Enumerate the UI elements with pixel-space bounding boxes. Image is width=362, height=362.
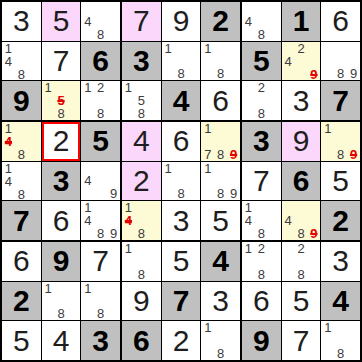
- candidate-4: 4: [81, 15, 94, 28]
- candidate-1: 1: [2, 42, 15, 55]
- candidates: 148: [2, 42, 41, 81]
- given-digit: 2: [212, 6, 229, 36]
- solved-digit: 7: [53, 46, 70, 76]
- eliminated-candidate-9: 9: [227, 148, 240, 161]
- cell-r1c4[interactable]: 7: [122, 2, 161, 41]
- candidate-4: 4: [2, 55, 15, 68]
- solved-digit: 3: [173, 206, 190, 236]
- cell-r9c4[interactable]: 6: [122, 321, 161, 360]
- candidate-1: 1: [81, 282, 94, 295]
- cell-r3c8[interactable]: 3: [282, 81, 321, 120]
- candidate-8: 8: [15, 188, 28, 201]
- cell-r5c1[interactable]: 148: [2, 162, 41, 201]
- candidate-8: 8: [255, 268, 268, 281]
- cell-r3c1[interactable]: 9: [2, 81, 41, 120]
- candidate-8: 8: [55, 107, 68, 120]
- solved-digit: 5: [332, 166, 349, 196]
- box-4: 14825148349761489: [2, 122, 120, 240]
- candidate-1: 1: [2, 162, 15, 175]
- solved-digit: 6: [212, 86, 229, 116]
- given-digit: 7: [332, 86, 349, 116]
- cell-r4c9[interactable]: 189: [321, 122, 360, 161]
- cell-r6c8[interactable]: 489: [282, 201, 321, 240]
- solved-digit: 6: [253, 286, 270, 316]
- candidate-1: 1: [81, 81, 94, 94]
- cell-r8c7[interactable]: 6: [242, 282, 281, 321]
- cell-r4c6[interactable]: 1789: [201, 122, 240, 161]
- cell-r4c4[interactable]: 4: [122, 122, 161, 161]
- candidate-8: 8: [214, 347, 227, 360]
- solved-digit: 9: [293, 126, 310, 156]
- box-2: 7923181815846: [122, 2, 240, 120]
- candidate-9: 9: [107, 227, 120, 240]
- solved-digit: 5: [173, 246, 190, 276]
- cell-r1c9[interactable]: 6: [321, 2, 360, 41]
- solved-digit: 3: [332, 246, 349, 276]
- given-digit: 3: [53, 166, 70, 196]
- candidates: 18: [42, 282, 81, 321]
- cell-r9c8[interactable]: 7: [282, 321, 321, 360]
- box-5: 46178921818914835: [122, 122, 240, 240]
- cell-r5c8[interactable]: 6: [282, 162, 321, 201]
- candidates: 249: [282, 42, 321, 81]
- cell-r8c5[interactable]: 7: [162, 282, 201, 321]
- cell-r1c8[interactable]: 1: [282, 2, 321, 41]
- candidates: 128: [81, 81, 120, 120]
- solved-digit: 2: [173, 326, 190, 356]
- cell-r6c5[interactable]: 3: [162, 201, 201, 240]
- given-digit: 4: [173, 86, 190, 116]
- given-digit: 3: [253, 126, 270, 156]
- solved-digit: 6: [173, 126, 190, 156]
- cell-r8c6[interactable]: 3: [201, 282, 240, 321]
- cell-r4c8[interactable]: 9: [282, 122, 321, 161]
- given-digit: 5: [253, 46, 270, 76]
- candidates: 148: [122, 201, 161, 240]
- cell-r6c4[interactable]: 148: [122, 201, 161, 240]
- cell-r1c1[interactable]: 3: [2, 2, 41, 41]
- solved-digit: 9: [133, 286, 150, 316]
- cell-r2c3[interactable]: 6: [81, 42, 120, 81]
- cell-r2c9[interactable]: 89: [321, 42, 360, 81]
- solved-digit: 7: [92, 246, 109, 276]
- sudoku-board: 3548148769158128792318181584648165249892…: [0, 0, 362, 362]
- candidates: 18: [122, 242, 161, 281]
- cell-r4c3[interactable]: 5: [81, 122, 120, 161]
- candidate-8: 8: [15, 148, 28, 161]
- box-1: 3548148769158128: [2, 2, 120, 120]
- given-digit: 6: [133, 326, 150, 356]
- cell-r4c1[interactable]: 148: [2, 122, 41, 161]
- candidates: 158: [42, 81, 81, 120]
- cell-r4c5[interactable]: 6: [162, 122, 201, 161]
- cell-r9c1[interactable]: 5: [2, 321, 41, 360]
- solved-digit: 4: [53, 326, 70, 356]
- candidates: 18: [321, 321, 360, 360]
- given-digit: 9: [53, 246, 70, 276]
- candidate-8: 8: [214, 67, 227, 80]
- given-digit: 3: [92, 326, 109, 356]
- candidate-8: 8: [15, 68, 28, 81]
- given-digit: 6: [293, 166, 310, 196]
- cell-r3c3[interactable]: 128: [81, 81, 120, 120]
- cell-r3c5[interactable]: 4: [162, 81, 201, 120]
- eliminated-candidate-9: 9: [307, 227, 320, 240]
- cell-r5c5[interactable]: 18: [162, 162, 201, 201]
- cell-r4c2[interactable]: 2: [42, 122, 81, 161]
- eliminated-candidate-9: 9: [307, 68, 320, 81]
- candidate-8: 8: [334, 148, 347, 161]
- candidate-1: 1: [42, 81, 55, 94]
- solved-digit: 7: [253, 166, 270, 196]
- cell-r8c4[interactable]: 9: [122, 282, 161, 321]
- candidate-9: 9: [107, 187, 120, 200]
- cell-r1c5[interactable]: 9: [162, 2, 201, 41]
- solved-digit: 3: [293, 86, 310, 116]
- cell-r9c5[interactable]: 2: [162, 321, 201, 360]
- candidates: 148: [2, 122, 41, 161]
- candidates: 28: [282, 242, 321, 281]
- solved-digit: 9: [173, 6, 190, 36]
- candidate-1: 1: [122, 242, 135, 255]
- candidate-8: 8: [255, 28, 268, 41]
- candidates: 18: [201, 42, 240, 81]
- cell-r7c4[interactable]: 18: [122, 242, 161, 281]
- cell-r9c3[interactable]: 3: [81, 321, 120, 360]
- cell-r7c9[interactable]: 3: [321, 242, 360, 281]
- candidate-2: 2: [295, 242, 308, 255]
- given-digit: 7: [13, 206, 30, 236]
- candidate-1: 1: [201, 321, 214, 334]
- cell-r1c7[interactable]: 48: [242, 2, 281, 41]
- solved-digit: 6: [13, 246, 30, 276]
- cell-r1c3[interactable]: 48: [81, 2, 120, 41]
- cell-r6c2[interactable]: 6: [42, 201, 81, 240]
- solved-digit: 3: [13, 6, 30, 36]
- solved-digit: 2: [53, 126, 70, 156]
- candidate-4: 4: [242, 15, 255, 28]
- cell-r6c3[interactable]: 1489: [81, 201, 120, 240]
- cell-r5c4[interactable]: 2: [122, 162, 161, 201]
- cell-r6c6[interactable]: 5: [201, 201, 240, 240]
- cell-r1c6[interactable]: 2: [201, 2, 240, 41]
- cell-r5c7[interactable]: 7: [242, 162, 281, 201]
- cell-r7c7[interactable]: 128: [242, 242, 281, 281]
- given-digit: 3: [133, 46, 150, 76]
- cell-r7c8[interactable]: 28: [282, 242, 321, 281]
- cell-r7c5[interactable]: 5: [162, 242, 201, 281]
- cell-r2c2[interactable]: 7: [42, 42, 81, 81]
- cell-r7c1[interactable]: 6: [2, 242, 41, 281]
- candidate-8: 8: [94, 227, 107, 240]
- cell-r8c2[interactable]: 18: [42, 282, 81, 321]
- solved-digit: 5: [293, 286, 310, 316]
- candidate-1: 1: [162, 162, 175, 175]
- candidate-8: 8: [255, 227, 268, 240]
- candidate-8: 8: [175, 187, 188, 200]
- candidate-8: 8: [175, 67, 188, 80]
- solved-digit: 5: [53, 6, 70, 36]
- cell-r6c1[interactable]: 7: [2, 201, 41, 240]
- given-digit: 9: [13, 86, 30, 116]
- candidates: 48: [81, 2, 120, 41]
- candidate-1: 1: [122, 81, 135, 94]
- solved-digit: 2: [133, 166, 150, 196]
- cell-r9c6[interactable]: 18: [201, 321, 240, 360]
- solved-digit: 6: [53, 206, 70, 236]
- candidate-7: 7: [201, 148, 214, 161]
- candidate-8: 8: [55, 307, 68, 320]
- candidate-1: 1: [201, 162, 214, 175]
- candidate-1: 1: [242, 242, 255, 255]
- candidate-8: 8: [135, 107, 148, 120]
- cell-r5c6[interactable]: 189: [201, 162, 240, 201]
- cell-r2c1[interactable]: 148: [2, 42, 41, 81]
- given-digit: 7: [173, 286, 190, 316]
- candidate-1: 1: [201, 122, 214, 135]
- cell-r2c6[interactable]: 18: [201, 42, 240, 81]
- candidates: 148: [2, 162, 41, 201]
- candidate-8: 8: [214, 187, 227, 200]
- solved-digit: 3: [212, 286, 229, 316]
- given-digit: 6: [92, 46, 109, 76]
- box-6: 391897651484892: [242, 122, 360, 240]
- cell-r5c2[interactable]: 3: [42, 162, 81, 201]
- candidate-8: 8: [255, 107, 268, 120]
- candidate-4: 4: [81, 214, 94, 227]
- candidates: 158: [122, 81, 161, 120]
- given-digit: 1: [293, 6, 310, 36]
- candidates: 189: [321, 122, 360, 161]
- candidate-1: 1: [42, 282, 55, 295]
- cell-r3c2[interactable]: 158: [42, 81, 81, 120]
- candidates: 49: [81, 162, 120, 201]
- candidates: 18: [162, 162, 201, 201]
- candidate-2: 2: [94, 81, 107, 94]
- cell-r5c9[interactable]: 5: [321, 162, 360, 201]
- candidate-4: 4: [81, 174, 94, 187]
- candidates: 148: [242, 201, 281, 240]
- candidate-8: 8: [334, 67, 347, 80]
- candidate-1: 1: [321, 321, 334, 334]
- candidates: 18: [201, 321, 240, 360]
- candidates: 18: [162, 42, 201, 81]
- cell-r9c9[interactable]: 18: [321, 321, 360, 360]
- candidate-8: 8: [295, 268, 308, 281]
- candidate-8: 8: [94, 28, 107, 41]
- cell-r4c7[interactable]: 3: [242, 122, 281, 161]
- cell-r2c8[interactable]: 249: [282, 42, 321, 81]
- box-9: 1282836549718: [242, 242, 360, 360]
- candidates: 489: [282, 201, 321, 240]
- candidates: 189: [201, 162, 240, 201]
- candidate-8: 8: [94, 107, 107, 120]
- eliminated-candidate-4: 4: [2, 135, 15, 148]
- solved-digit: 5: [212, 206, 229, 236]
- candidate-1: 1: [201, 42, 214, 55]
- cell-r8c3[interactable]: 18: [81, 282, 120, 321]
- cell-r3c9[interactable]: 7: [321, 81, 360, 120]
- candidate-8: 8: [295, 227, 308, 240]
- cell-r7c6[interactable]: 4: [201, 242, 240, 281]
- candidate-9: 9: [347, 67, 360, 80]
- candidate-4: 4: [2, 175, 15, 188]
- given-digit: 9: [253, 326, 270, 356]
- candidate-9: 9: [227, 187, 240, 200]
- eliminated-candidate-9: 9: [347, 148, 360, 161]
- candidate-8: 8: [214, 148, 227, 161]
- candidate-8: 8: [94, 307, 107, 320]
- cell-r2c5[interactable]: 18: [162, 42, 201, 81]
- candidate-1: 1: [321, 122, 334, 135]
- cell-r1c2[interactable]: 5: [42, 2, 81, 41]
- cell-r7c3[interactable]: 7: [81, 242, 120, 281]
- candidates: 48: [242, 2, 281, 41]
- candidates: 1489: [81, 201, 120, 240]
- box-3: 48165249892837: [242, 2, 360, 120]
- cell-r6c9[interactable]: 2: [321, 201, 360, 240]
- solved-digit: 7: [133, 6, 150, 36]
- given-digit: 2: [13, 286, 30, 316]
- cell-r2c4[interactable]: 3: [122, 42, 161, 81]
- given-digit: 2: [332, 206, 349, 236]
- candidate-1: 1: [162, 42, 175, 55]
- cell-r5c3[interactable]: 49: [81, 162, 120, 201]
- cell-r7c2[interactable]: 9: [42, 242, 81, 281]
- cell-r8c9[interactable]: 4: [321, 282, 360, 321]
- cell-r2c7[interactable]: 5: [242, 42, 281, 81]
- solved-digit: 5: [13, 326, 30, 356]
- candidate-2: 2: [255, 242, 268, 255]
- candidate-8: 8: [334, 347, 347, 360]
- given-digit: 4: [212, 246, 229, 276]
- candidates: 18: [81, 282, 120, 321]
- candidate-4: 4: [242, 214, 255, 227]
- solved-digit: 7: [293, 326, 310, 356]
- cell-r9c2[interactable]: 4: [42, 321, 81, 360]
- cell-r8c1[interactable]: 2: [2, 282, 41, 321]
- candidates: 28: [242, 81, 281, 120]
- candidate-2: 2: [255, 81, 268, 94]
- candidate-4: 4: [282, 214, 295, 227]
- given-digit: 4: [332, 286, 349, 316]
- given-digit: 5: [92, 126, 109, 156]
- candidates: 128: [242, 242, 281, 281]
- box-8: 18549736218: [122, 242, 240, 360]
- candidate-2: 2: [295, 42, 308, 55]
- candidates: 1789: [201, 122, 240, 161]
- eliminated-candidate-4: 4: [122, 214, 135, 227]
- cell-r6c7[interactable]: 148: [242, 201, 281, 240]
- cell-r3c4[interactable]: 158: [122, 81, 161, 120]
- box-7: 69721818543: [2, 242, 120, 360]
- solved-digit: 4: [133, 126, 150, 156]
- candidates: 89: [321, 42, 360, 81]
- cell-r8c8[interactable]: 5: [282, 282, 321, 321]
- cell-r9c7[interactable]: 9: [242, 321, 281, 360]
- solved-digit: 6: [332, 6, 349, 36]
- candidate-8: 8: [135, 227, 148, 240]
- cell-r3c7[interactable]: 28: [242, 81, 281, 120]
- candidate-4: 4: [282, 55, 295, 68]
- cell-r3c6[interactable]: 6: [201, 81, 240, 120]
- candidate-8: 8: [135, 268, 148, 281]
